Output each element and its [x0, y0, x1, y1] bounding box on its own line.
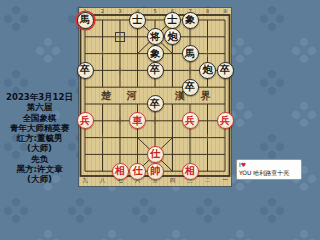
piece-red-chariot[interactable]: 車 [129, 112, 146, 129]
info-line-3: 青年大师精英赛 [0, 123, 79, 133]
viewer-tag-line1: I♥ [239, 161, 299, 169]
piece-black-advisor[interactable]: 士 [164, 12, 181, 29]
last-move-origin-marker [115, 32, 125, 42]
info-line-2: 全国象棋 [0, 113, 79, 123]
piece-red-pawn[interactable]: 兵 [217, 112, 234, 129]
piece-black-soldier[interactable]: 卒 [147, 62, 164, 79]
piece-black-general[interactable]: 将 [147, 28, 164, 45]
piece-black-horse[interactable]: 馬 [77, 12, 94, 29]
info-line-6: 先负 [0, 154, 79, 164]
piece-black-advisor[interactable]: 士 [129, 12, 146, 29]
info-panel: 2023年3月12日第六届全国象棋青年大师精英赛红方:董毓男(大师)先负黑方:许… [0, 92, 79, 185]
info-line-0: 2023年3月12日 [0, 92, 79, 102]
piece-black-soldier[interactable]: 卒 [217, 62, 234, 79]
heart-icon: ♥ [241, 161, 246, 168]
piece-black-soldier[interactable]: 卒 [182, 79, 199, 96]
piece-black-soldier[interactable]: 卒 [77, 62, 94, 79]
piece-black-elephant[interactable]: 象 [182, 12, 199, 29]
piece-red-advisor[interactable]: 仕 [129, 163, 146, 180]
info-line-5: (大师) [0, 143, 79, 153]
piece-red-general[interactable]: 帥 [147, 163, 164, 180]
piece-red-elephant[interactable]: 相 [182, 163, 199, 180]
pieces-grid: 馬士士象将炮象馬卒卒炮卒卒卒兵車兵兵仕相仕帥相 [76, 12, 234, 180]
piece-black-cannon[interactable]: 炮 [199, 62, 216, 79]
info-line-7: 黑方:许文章 [0, 164, 79, 174]
piece-black-soldier[interactable]: 卒 [147, 95, 164, 112]
xiangqi-board[interactable]: 楚 河 漢 界 123456789 九八七六五四三二一 馬士士象将炮象馬卒卒炮卒… [79, 8, 231, 186]
piece-black-elephant[interactable]: 象 [147, 45, 164, 62]
info-line-1: 第六届 [0, 102, 79, 112]
piece-red-elephant[interactable]: 相 [112, 163, 129, 180]
piece-black-horse[interactable]: 馬 [182, 45, 199, 62]
info-line-8: (大师) [0, 174, 79, 184]
info-line-4: 红方:董毓男 [0, 133, 79, 143]
piece-red-pawn[interactable]: 兵 [77, 112, 94, 129]
piece-black-cannon[interactable]: 炮 [164, 28, 181, 45]
piece-red-pawn[interactable]: 兵 [182, 112, 199, 129]
viewer-tag-line2: YOU 哈利路亚十亮 [239, 169, 299, 177]
viewer-tag: I♥ YOU 哈利路亚十亮 [236, 159, 302, 180]
piece-red-advisor[interactable]: 仕 [147, 146, 164, 163]
app-background: { "game": "xiangqi", "position": { "fen"… [0, 0, 304, 190]
